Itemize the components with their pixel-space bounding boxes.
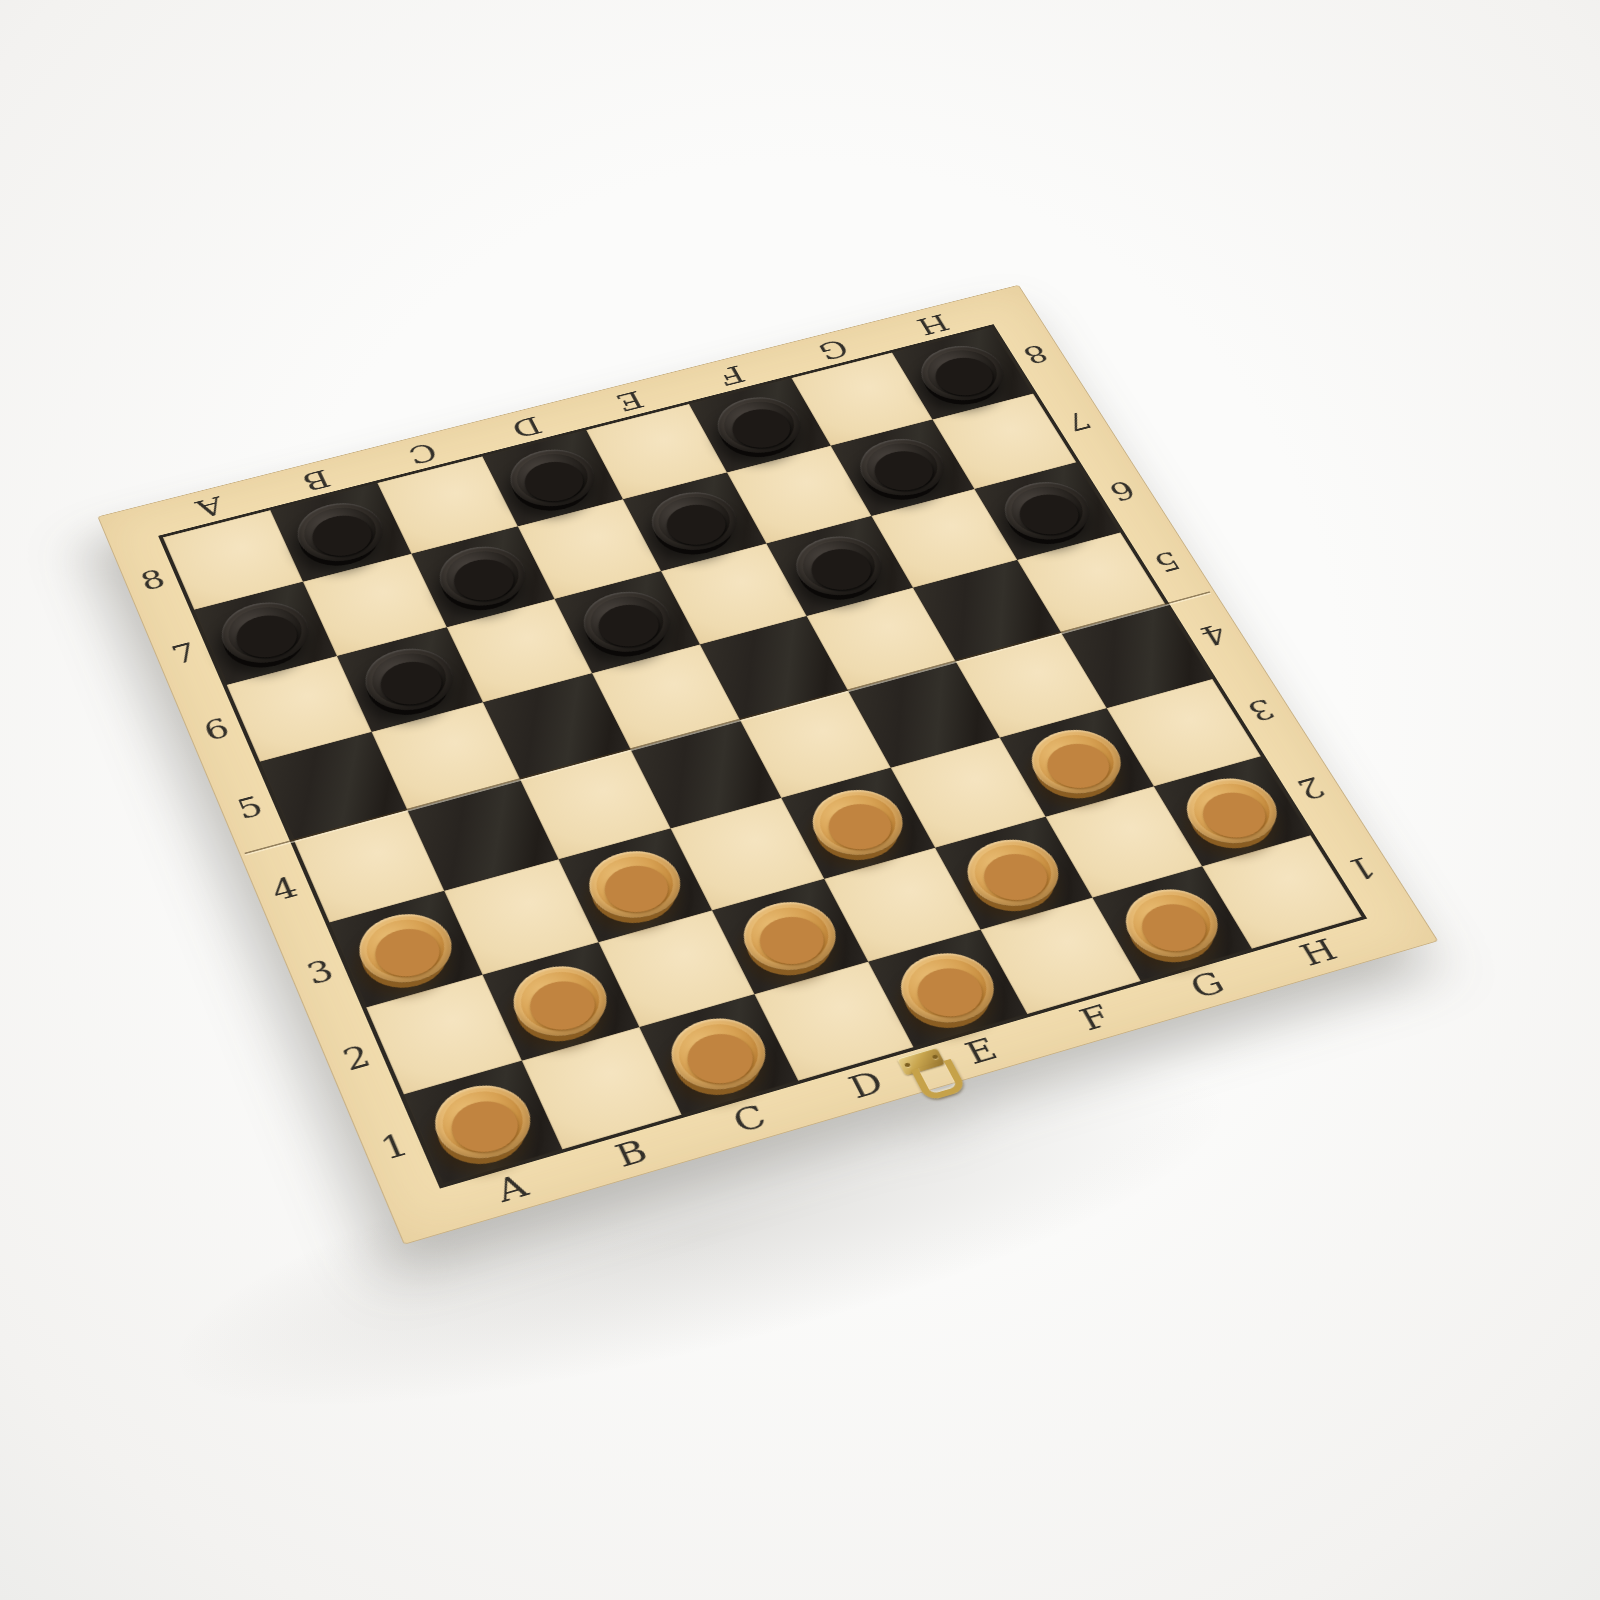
white-checker-glyph: ● — [434, 1081, 533, 1163]
white-checker-glyph: ● — [1121, 885, 1221, 961]
piece-black-b6[interactable]: ● — [355, 640, 465, 719]
piece-white-g3[interactable]: ● — [1018, 721, 1135, 803]
piece-black-h8[interactable]: ● — [909, 338, 1016, 408]
piece-black-h6[interactable]: ● — [992, 474, 1103, 548]
black-checker-glyph: ● — [857, 436, 947, 500]
perspective-stage: ABCDEFGH ABCDEFGH 87654321 87654321 ●●●●… — [0, 0, 1600, 1600]
board-frame: ABCDEFGH ABCDEFGH 87654321 87654321 ●●●●… — [97, 285, 1438, 1245]
white-checker-glyph: ● — [1182, 774, 1281, 847]
black-checker-glyph: ● — [794, 532, 885, 598]
black-checker-glyph: ● — [438, 543, 527, 610]
white-checker-glyph: ● — [1028, 726, 1125, 798]
black-checker-glyph: ● — [918, 343, 1007, 404]
piece-white-f2[interactable]: ● — [954, 830, 1073, 915]
white-checker-glyph: ● — [964, 835, 1062, 910]
piece-white-e1[interactable]: ● — [887, 943, 1008, 1032]
photo-background: ABCDEFGH ABCDEFGH 87654321 87654321 ●●●●… — [0, 0, 1600, 1600]
piece-white-e3[interactable]: ● — [800, 781, 916, 865]
white-checker-glyph: ● — [668, 1014, 767, 1094]
black-checker-glyph: ● — [1001, 478, 1093, 543]
white-checker-glyph: ● — [512, 962, 609, 1041]
black-checker-glyph: ● — [650, 489, 739, 554]
piece-black-g7[interactable]: ● — [848, 431, 957, 504]
piece-white-d2[interactable]: ● — [730, 892, 848, 979]
piece-black-f8[interactable]: ● — [706, 389, 813, 460]
piece-white-h2[interactable]: ● — [1172, 769, 1291, 852]
black-checker-glyph: ● — [297, 499, 384, 565]
black-checker-glyph: ● — [364, 644, 454, 713]
black-checker-glyph: ● — [221, 599, 310, 667]
piece-black-c7[interactable]: ● — [428, 539, 536, 615]
piece-white-a1[interactable]: ● — [423, 1075, 543, 1169]
piece-white-c3[interactable]: ● — [577, 842, 693, 928]
piece-black-d8[interactable]: ● — [499, 442, 606, 515]
white-checker-glyph: ● — [587, 847, 683, 922]
white-checker-glyph: ● — [358, 910, 453, 987]
piece-white-a3[interactable]: ● — [348, 905, 464, 993]
piece-black-a7[interactable]: ● — [211, 594, 319, 672]
piece-black-d6[interactable]: ● — [572, 583, 682, 660]
black-checker-glyph: ● — [581, 588, 672, 656]
checkers-board: ABCDEFGH ABCDEFGH 87654321 87654321 ●●●●… — [97, 285, 1438, 1245]
black-checker-glyph: ● — [509, 446, 597, 510]
piece-white-b2[interactable]: ● — [501, 956, 619, 1046]
piece-black-f6[interactable]: ● — [784, 528, 895, 604]
black-checker-glyph: ● — [716, 394, 804, 457]
piece-white-g1[interactable]: ● — [1111, 880, 1232, 967]
white-checker-glyph: ● — [898, 949, 998, 1027]
white-checker-glyph: ● — [741, 898, 839, 975]
piece-black-e7[interactable]: ● — [640, 484, 749, 558]
white-checker-glyph: ● — [810, 786, 906, 859]
piece-white-c1[interactable]: ● — [658, 1008, 779, 1099]
piece-black-b8[interactable]: ● — [287, 495, 393, 570]
